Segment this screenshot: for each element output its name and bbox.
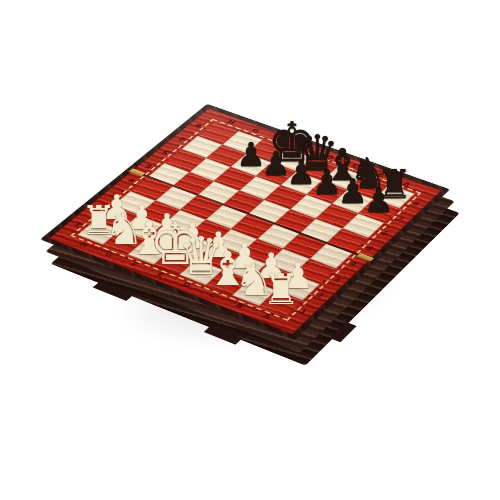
case-clasp-tab (204, 325, 243, 344)
chess-board: HH88GG77FF66EE55DD44CC33BB22AA11 (40, 104, 450, 340)
case-clasp-tab (329, 322, 356, 342)
product-photo: HH88GG77FF66EE55DD44CC33BB22AA11 ♜♞♝♛♚♝♞… (0, 0, 500, 500)
perspective-scene: HH88GG77FF66EE55DD44CC33BB22AA11 (0, 0, 500, 500)
